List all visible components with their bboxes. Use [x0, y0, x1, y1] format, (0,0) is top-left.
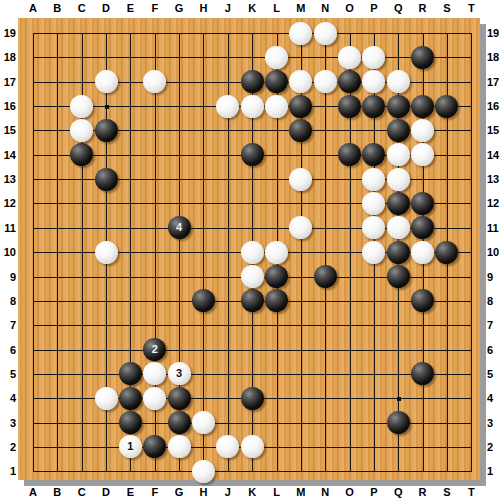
grid-line	[33, 325, 472, 326]
stone-black-r8[interactable]	[411, 289, 434, 312]
move-number-4: 4	[176, 222, 182, 233]
coord-label-9-left: 9	[0, 270, 16, 284]
coord-label-k-bottom: K	[242, 485, 262, 499]
stone-black-q16[interactable]	[387, 95, 410, 118]
coord-label-6-left: 6	[0, 343, 16, 357]
stone-white-q17[interactable]	[387, 70, 410, 93]
coord-label-19-left: 19	[0, 26, 16, 40]
star-point	[397, 397, 401, 401]
stone-white-j16[interactable]	[216, 95, 239, 118]
stone-black-c14[interactable]	[70, 143, 93, 166]
stone-white-d4[interactable]	[95, 387, 118, 410]
stone-white-l16[interactable]	[265, 95, 288, 118]
coord-label-16-left: 16	[0, 99, 16, 113]
move-number-1: 1	[127, 441, 133, 452]
coord-label-b-bottom: B	[47, 485, 67, 499]
stone-black-e3[interactable]	[119, 411, 142, 434]
stone-white-m19[interactable]	[289, 22, 312, 45]
coord-label-14-right: 14	[487, 148, 500, 162]
coord-label-6-right: 6	[487, 343, 500, 357]
coord-label-2-left: 2	[0, 440, 16, 454]
stone-white-e2[interactable]: 1	[119, 435, 142, 458]
stone-black-r5[interactable]	[411, 362, 434, 385]
stone-black-d13[interactable]	[95, 168, 118, 191]
coord-label-c-top: C	[72, 1, 92, 15]
coord-label-1-left: 1	[0, 464, 16, 478]
move-number-2: 2	[152, 344, 158, 355]
coord-label-7-left: 7	[0, 318, 16, 332]
grid-line	[33, 350, 472, 351]
coord-label-3-right: 3	[487, 416, 500, 430]
stone-white-p11[interactable]	[362, 216, 385, 239]
stone-black-r11[interactable]	[411, 216, 434, 239]
coord-label-l-top: L	[267, 1, 287, 15]
stone-white-j2[interactable]	[216, 435, 239, 458]
coord-label-m-top: M	[291, 1, 311, 15]
coord-label-10-left: 10	[0, 245, 16, 259]
coord-label-h-bottom: H	[193, 485, 213, 499]
coord-label-d-bottom: D	[96, 485, 116, 499]
stone-black-g11[interactable]: 4	[168, 216, 191, 239]
stone-black-r12[interactable]	[411, 192, 434, 215]
stone-black-e4[interactable]	[119, 387, 142, 410]
stone-white-o18[interactable]	[338, 46, 361, 69]
stone-black-m16[interactable]	[289, 95, 312, 118]
coord-label-5-right: 5	[487, 367, 500, 381]
stone-black-o16[interactable]	[338, 95, 361, 118]
stone-white-p12[interactable]	[362, 192, 385, 215]
stone-black-r18[interactable]	[411, 46, 434, 69]
coord-label-h-top: H	[193, 1, 213, 15]
coord-label-j-top: J	[218, 1, 238, 15]
coord-label-16-right: 16	[487, 99, 500, 113]
stone-white-c15[interactable]	[70, 119, 93, 142]
star-point	[105, 105, 109, 109]
coord-label-m-bottom: M	[291, 485, 311, 499]
coord-label-11-right: 11	[487, 221, 500, 235]
stone-white-p10[interactable]	[362, 241, 385, 264]
coord-label-n-top: N	[315, 1, 335, 15]
coord-label-t-top: T	[461, 1, 481, 15]
stone-black-q12[interactable]	[387, 192, 410, 215]
coord-label-10-right: 10	[487, 245, 500, 259]
stone-white-n19[interactable]	[314, 22, 337, 45]
grid-line	[33, 374, 472, 375]
coord-label-15-right: 15	[487, 123, 500, 137]
coord-label-s-top: S	[437, 1, 457, 15]
coord-label-4-right: 4	[487, 391, 500, 405]
stone-white-d17[interactable]	[95, 70, 118, 93]
stone-white-n17[interactable]	[314, 70, 337, 93]
coord-label-k-top: K	[242, 1, 262, 15]
coord-label-s-bottom: S	[437, 485, 457, 499]
coord-label-15-left: 15	[0, 123, 16, 137]
stone-black-q10[interactable]	[387, 241, 410, 264]
stone-black-k14[interactable]	[241, 143, 264, 166]
coord-label-f-bottom: F	[145, 485, 165, 499]
coord-label-4-left: 4	[0, 391, 16, 405]
coord-label-f-top: F	[145, 1, 165, 15]
stone-black-s10[interactable]	[435, 241, 458, 264]
coord-label-18-left: 18	[0, 50, 16, 64]
stone-white-m17[interactable]	[289, 70, 312, 93]
coord-label-a-bottom: A	[23, 485, 43, 499]
coord-label-1-right: 1	[487, 464, 500, 478]
grid-line	[325, 33, 326, 472]
coord-label-7-right: 7	[487, 318, 500, 332]
coord-label-q-bottom: Q	[388, 485, 408, 499]
coord-label-j-bottom: J	[218, 485, 238, 499]
stone-black-m15[interactable]	[289, 119, 312, 142]
stone-white-d10[interactable]	[95, 241, 118, 264]
stone-black-k4[interactable]	[241, 387, 264, 410]
coord-label-13-right: 13	[487, 172, 500, 186]
coord-label-g-top: G	[169, 1, 189, 15]
coord-label-8-right: 8	[487, 294, 500, 308]
coord-label-r-bottom: R	[413, 485, 433, 499]
coord-label-q-top: Q	[388, 1, 408, 15]
coord-label-3-left: 3	[0, 416, 16, 430]
stone-white-k16[interactable]	[241, 95, 264, 118]
coord-label-12-right: 12	[487, 196, 500, 210]
coord-label-12-left: 12	[0, 196, 16, 210]
stone-white-g5[interactable]: 3	[168, 362, 191, 385]
coord-label-o-top: O	[340, 1, 360, 15]
stone-black-e5[interactable]	[119, 362, 142, 385]
stone-white-q14[interactable]	[387, 143, 410, 166]
stone-black-o14[interactable]	[338, 143, 361, 166]
stone-white-p13[interactable]	[362, 168, 385, 191]
coord-label-9-right: 9	[487, 270, 500, 284]
stone-white-c16[interactable]	[70, 95, 93, 118]
coord-label-p-top: P	[364, 1, 384, 15]
coord-label-5-left: 5	[0, 367, 16, 381]
coord-label-17-left: 17	[0, 75, 16, 89]
coord-label-l-bottom: L	[267, 485, 287, 499]
stone-black-p16[interactable]	[362, 95, 385, 118]
stone-white-f4[interactable]	[143, 387, 166, 410]
coord-label-o-bottom: O	[340, 485, 360, 499]
grid-line	[471, 33, 472, 472]
coord-label-p-bottom: P	[364, 485, 384, 499]
stone-white-q11[interactable]	[387, 216, 410, 239]
stone-black-g3[interactable]	[168, 411, 191, 434]
stone-white-h1[interactable]	[192, 460, 215, 483]
coord-label-b-top: B	[47, 1, 67, 15]
stone-white-k9[interactable]	[241, 265, 264, 288]
coord-label-8-left: 8	[0, 294, 16, 308]
stone-white-k10[interactable]	[241, 241, 264, 264]
coord-label-t-bottom: T	[461, 485, 481, 499]
stone-black-d15[interactable]	[95, 119, 118, 142]
grid-line	[33, 471, 472, 472]
stone-white-f17[interactable]	[143, 70, 166, 93]
coord-label-19-right: 19	[487, 26, 500, 40]
move-number-3: 3	[176, 368, 182, 379]
stone-black-r16[interactable]	[411, 95, 434, 118]
stone-black-f6[interactable]: 2	[143, 338, 166, 361]
stone-black-n9[interactable]	[314, 265, 337, 288]
go-board[interactable]: 4231	[18, 18, 480, 480]
coord-label-d-top: D	[96, 1, 116, 15]
stone-black-q15[interactable]	[387, 119, 410, 142]
stone-black-k17[interactable]	[241, 70, 264, 93]
stone-black-q3[interactable]	[387, 411, 410, 434]
stone-white-l10[interactable]	[265, 241, 288, 264]
stone-white-m11[interactable]	[289, 216, 312, 239]
stone-black-f2[interactable]	[143, 435, 166, 458]
coord-label-g-bottom: G	[169, 485, 189, 499]
stone-white-r10[interactable]	[411, 241, 434, 264]
coord-label-a-top: A	[23, 1, 43, 15]
stone-white-r14[interactable]	[411, 143, 434, 166]
coord-label-14-left: 14	[0, 148, 16, 162]
stone-white-p18[interactable]	[362, 46, 385, 69]
stone-black-p14[interactable]	[362, 143, 385, 166]
stone-black-h8[interactable]	[192, 289, 215, 312]
coord-label-n-bottom: N	[315, 485, 335, 499]
stone-black-q9[interactable]	[387, 265, 410, 288]
go-diagram-screen: 4231 ABCDEFGHJKLMNOPQRST ABCDEFGHJKLMNOP…	[0, 0, 500, 500]
stone-black-l9[interactable]	[265, 265, 288, 288]
stone-black-k8[interactable]	[241, 289, 264, 312]
stone-white-m13[interactable]	[289, 168, 312, 191]
stone-black-s16[interactable]	[435, 95, 458, 118]
coord-label-11-left: 11	[0, 221, 16, 235]
coord-label-13-left: 13	[0, 172, 16, 186]
stone-black-o17[interactable]	[338, 70, 361, 93]
coord-label-17-right: 17	[487, 75, 500, 89]
stone-white-l18[interactable]	[265, 46, 288, 69]
stone-white-k2[interactable]	[241, 435, 264, 458]
stone-white-r15[interactable]	[411, 119, 434, 142]
coord-label-e-bottom: E	[120, 485, 140, 499]
coord-label-2-right: 2	[487, 440, 500, 454]
coord-label-c-bottom: C	[72, 485, 92, 499]
stone-black-l8[interactable]	[265, 289, 288, 312]
stone-white-g2[interactable]	[168, 435, 191, 458]
stone-white-q13[interactable]	[387, 168, 410, 191]
coord-label-r-top: R	[413, 1, 433, 15]
stone-white-f5[interactable]	[143, 362, 166, 385]
stone-black-l17[interactable]	[265, 70, 288, 93]
coord-label-18-right: 18	[487, 50, 500, 64]
stone-white-p17[interactable]	[362, 70, 385, 93]
stone-white-h3[interactable]	[192, 411, 215, 434]
stone-black-g4[interactable]	[168, 387, 191, 410]
coord-label-e-top: E	[120, 1, 140, 15]
